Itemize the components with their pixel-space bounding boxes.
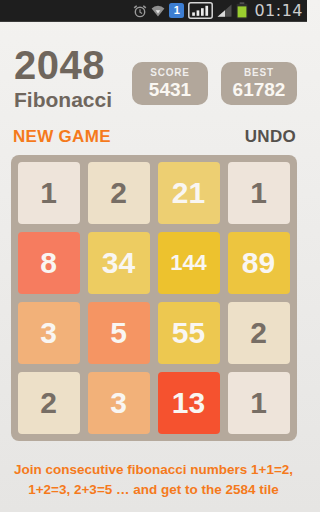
header: 2048 Fibonacci SCORE 5431 BEST 61782 — [0, 45, 307, 110]
tile-r3-c1: 3 — [88, 372, 150, 434]
tile-r2-c0: 3 — [18, 302, 80, 364]
best-value: 61782 — [233, 79, 286, 101]
alarm-icon — [133, 4, 147, 18]
tile-r3-c2: 13 — [158, 372, 220, 434]
score-label: SCORE — [150, 67, 190, 78]
hint-line-2: 1+2=3, 2+3=5 … and get to the 2584 tile — [0, 480, 307, 500]
app-subtitle: Fibonacci — [14, 89, 112, 110]
undo-button[interactable]: UNDO — [245, 127, 296, 147]
tile-r1-c0: 8 — [18, 232, 80, 294]
tile-r3-c0: 2 — [18, 372, 80, 434]
cell-signal-icon — [217, 4, 232, 17]
score-value: 5431 — [149, 79, 191, 101]
best-box: BEST 61782 — [221, 62, 297, 105]
best-label: BEST — [244, 67, 274, 78]
tile-r2-c1: 5 — [88, 302, 150, 364]
tile-r1-c3: 89 — [228, 232, 290, 294]
controls-row: NEW GAME UNDO — [0, 127, 307, 147]
tile-r1-c2: 144 — [158, 232, 220, 294]
tile-r2-c2: 55 — [158, 302, 220, 364]
score-row: SCORE 5431 BEST 61782 — [132, 62, 297, 105]
tile-r2-c3: 2 — [228, 302, 290, 364]
game-board[interactable]: 1 2 21 1 8 34 144 89 3 5 55 2 2 3 13 1 — [11, 155, 297, 441]
status-bar: 1 01:14 — [0, 0, 307, 22]
wifi-icon — [151, 4, 165, 18]
tile-r0-c1: 2 — [88, 162, 150, 224]
app-title: 2048 — [14, 45, 112, 85]
notification-count-badge: 1 — [169, 3, 184, 18]
tile-r3-c3: 1 — [228, 372, 290, 434]
hint-line-1: Join consecutive fibonacci numbers 1+1=2… — [0, 460, 307, 480]
hint-text: Join consecutive fibonacci numbers 1+1=2… — [0, 460, 307, 499]
battery-icon — [236, 2, 248, 19]
tile-r0-c2: 21 — [158, 162, 220, 224]
tile-r0-c0: 1 — [18, 162, 80, 224]
new-game-button[interactable]: NEW GAME — [13, 127, 111, 147]
tile-r0-c3: 1 — [228, 162, 290, 224]
title-block: 2048 Fibonacci — [14, 45, 112, 110]
clock-time: 01:14 — [254, 1, 303, 20]
cell-signal-boxed-icon — [188, 2, 213, 19]
score-box: SCORE 5431 — [132, 62, 208, 105]
tile-r1-c1: 34 — [88, 232, 150, 294]
